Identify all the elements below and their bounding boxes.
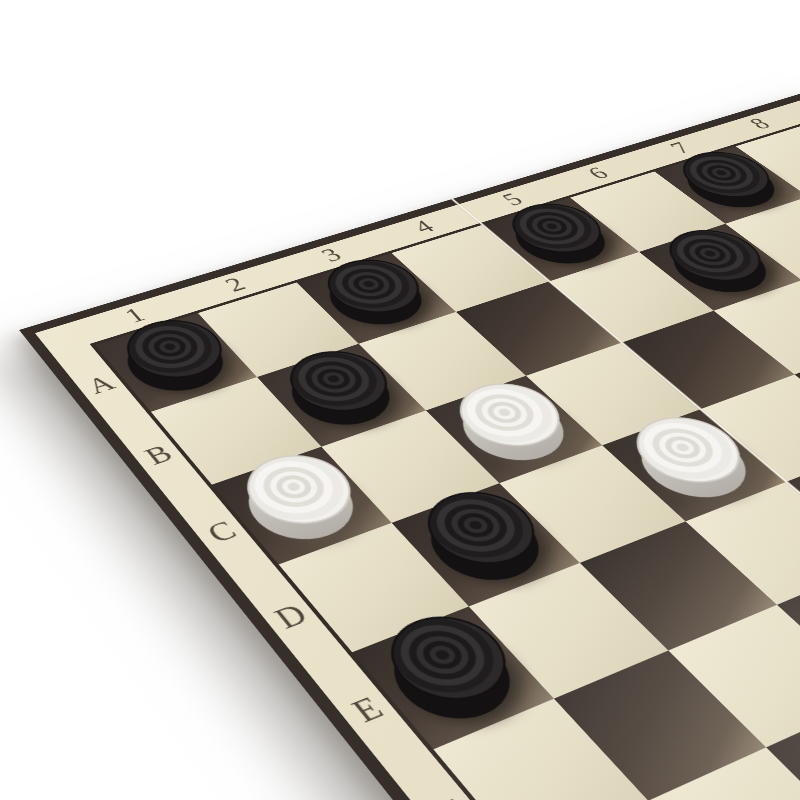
checkers-board: 12345678ABCDEFGH — [19, 85, 800, 800]
photo-stage: 12345678ABCDEFGH — [0, 0, 800, 800]
